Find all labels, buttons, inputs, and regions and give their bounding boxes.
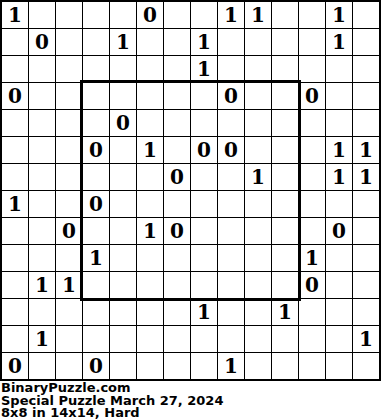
cell-r2c0[interactable] (2, 56, 28, 82)
cell-r13c12[interactable] (326, 353, 352, 379)
cell-r12c7[interactable] (191, 326, 217, 352)
cell-r0c12: 1 (326, 2, 352, 28)
cell-r4c12[interactable] (326, 110, 352, 136)
cell-r6c9: 1 (245, 164, 271, 190)
cell-r12c3[interactable] (83, 326, 109, 352)
cell-r5c10[interactable] (272, 137, 298, 163)
cell-r9c4[interactable] (110, 245, 136, 271)
cell-r5c7: 0 (191, 137, 217, 163)
cell-r8c6: 0 (164, 218, 190, 244)
cell-r5c9[interactable] (245, 137, 271, 163)
cell-r8c7[interactable] (191, 218, 217, 244)
cell-r13c0: 0 (2, 353, 28, 379)
cell-r12c12[interactable] (326, 326, 352, 352)
cell-r5c4[interactable] (110, 137, 136, 163)
cell-r6c4[interactable] (110, 164, 136, 190)
cell-r2c1[interactable] (29, 56, 55, 82)
cell-r4c2[interactable] (56, 110, 82, 136)
cell-r0c9: 1 (245, 2, 271, 28)
cell-r1c7: 1 (191, 29, 217, 55)
cell-r1c10[interactable] (272, 29, 298, 55)
cell-r10c8[interactable] (218, 272, 244, 298)
cell-r5c0[interactable] (2, 137, 28, 163)
cell-r5c6[interactable] (164, 137, 190, 163)
cell-r7c7[interactable] (191, 191, 217, 217)
cell-r10c6[interactable] (164, 272, 190, 298)
cell-r2c12[interactable] (326, 56, 352, 82)
cell-r0c0: 1 (2, 2, 28, 28)
cell-r13c7[interactable] (191, 353, 217, 379)
cell-r11c6[interactable] (164, 299, 190, 325)
cell-r6c10[interactable] (272, 164, 298, 190)
cell-r5c3: 0 (83, 137, 109, 163)
cell-r6c3[interactable] (83, 164, 109, 190)
cell-r1c8[interactable] (218, 29, 244, 55)
cell-r3c5[interactable] (137, 83, 163, 109)
cell-r5c11[interactable] (299, 137, 325, 163)
cell-r0c6[interactable] (164, 2, 190, 28)
puzzle-size-difficulty: 8x8 in 14x14, Hard (1, 407, 381, 419)
cell-r3c13[interactable] (353, 83, 379, 109)
cell-r11c13[interactable] (353, 299, 379, 325)
cell-r0c5: 0 (137, 2, 163, 28)
cell-r10c13[interactable] (353, 272, 379, 298)
cell-r3c6[interactable] (164, 83, 190, 109)
cell-r9c7[interactable] (191, 245, 217, 271)
cell-r11c4[interactable] (110, 299, 136, 325)
cell-r8c5: 1 (137, 218, 163, 244)
cell-r1c13[interactable] (353, 29, 379, 55)
binary-puzzle-board: 1011101111000001001101111001001111011110… (0, 0, 381, 381)
cell-r4c3[interactable] (83, 110, 109, 136)
cell-r13c13[interactable] (353, 353, 379, 379)
cell-r8c0[interactable] (2, 218, 28, 244)
cell-r2c4[interactable] (110, 56, 136, 82)
cell-r12c2[interactable] (56, 326, 82, 352)
cell-r6c0[interactable] (2, 164, 28, 190)
cell-r7c1[interactable] (29, 191, 55, 217)
cell-r11c2[interactable] (56, 299, 82, 325)
cell-r7c4[interactable] (110, 191, 136, 217)
cell-r3c9[interactable] (245, 83, 271, 109)
cell-r7c6[interactable] (164, 191, 190, 217)
cell-r0c11[interactable] (299, 2, 325, 28)
cell-r0c2[interactable] (56, 2, 82, 28)
cell-r8c4[interactable] (110, 218, 136, 244)
cell-r0c7[interactable] (191, 2, 217, 28)
cell-r10c5[interactable] (137, 272, 163, 298)
cell-r1c5[interactable] (137, 29, 163, 55)
cell-r3c10[interactable] (272, 83, 298, 109)
cell-r6c12: 1 (326, 164, 352, 190)
cell-r6c11[interactable] (299, 164, 325, 190)
cell-r1c3[interactable] (83, 29, 109, 55)
cell-r5c1[interactable] (29, 137, 55, 163)
cell-r10c3[interactable] (83, 272, 109, 298)
cell-r13c9[interactable] (245, 353, 271, 379)
cell-r12c9[interactable] (245, 326, 271, 352)
cell-r9c6[interactable] (164, 245, 190, 271)
cell-r2c11[interactable] (299, 56, 325, 82)
cell-r2c7: 1 (191, 56, 217, 82)
cell-r8c3[interactable] (83, 218, 109, 244)
cell-r0c3[interactable] (83, 2, 109, 28)
cell-r5c8: 0 (218, 137, 244, 163)
puzzle-footer: BinaryPuzzle.com Special Puzzle March 27… (0, 381, 381, 419)
cell-r6c7[interactable] (191, 164, 217, 190)
cell-r12c0[interactable] (2, 326, 28, 352)
cell-r13c2[interactable] (56, 353, 82, 379)
cell-r7c9[interactable] (245, 191, 271, 217)
cell-r10c4[interactable] (110, 272, 136, 298)
cell-r9c11: 1 (299, 245, 325, 271)
cell-r6c6: 0 (164, 164, 190, 190)
cell-r9c9[interactable] (245, 245, 271, 271)
cell-r5c5: 1 (137, 137, 163, 163)
cell-r2c5[interactable] (137, 56, 163, 82)
cell-r4c11[interactable] (299, 110, 325, 136)
cell-r5c13: 1 (353, 137, 379, 163)
cell-r1c11[interactable] (299, 29, 325, 55)
cell-r11c11[interactable] (299, 299, 325, 325)
cell-r2c9[interactable] (245, 56, 271, 82)
cell-r3c4[interactable] (110, 83, 136, 109)
cell-r4c8[interactable] (218, 110, 244, 136)
cell-r10c10[interactable] (272, 272, 298, 298)
cell-r11c1[interactable] (29, 299, 55, 325)
cell-r7c13[interactable] (353, 191, 379, 217)
cell-r8c9[interactable] (245, 218, 271, 244)
cell-r7c0: 1 (2, 191, 28, 217)
cell-r1c4: 1 (110, 29, 136, 55)
cell-r10c12[interactable] (326, 272, 352, 298)
cell-r2c3[interactable] (83, 56, 109, 82)
cell-r11c9[interactable] (245, 299, 271, 325)
cell-r1c6[interactable] (164, 29, 190, 55)
cell-r4c9[interactable] (245, 110, 271, 136)
cell-r8c11[interactable] (299, 218, 325, 244)
cell-r5c2[interactable] (56, 137, 82, 163)
cell-r11c10: 1 (272, 299, 298, 325)
cell-r13c3: 0 (83, 353, 109, 379)
cell-r2c13[interactable] (353, 56, 379, 82)
cell-r3c12[interactable] (326, 83, 352, 109)
cell-r11c3[interactable] (83, 299, 109, 325)
cell-r4c5[interactable] (137, 110, 163, 136)
cell-r4c7[interactable] (191, 110, 217, 136)
cell-r13c4[interactable] (110, 353, 136, 379)
cell-r13c11[interactable] (299, 353, 325, 379)
cell-r4c13[interactable] (353, 110, 379, 136)
cell-r9c1[interactable] (29, 245, 55, 271)
cell-r10c7[interactable] (191, 272, 217, 298)
cell-r5c12: 1 (326, 137, 352, 163)
cell-r8c13[interactable] (353, 218, 379, 244)
cell-r3c3[interactable] (83, 83, 109, 109)
cell-r11c0[interactable] (2, 299, 28, 325)
cell-r13c5[interactable] (137, 353, 163, 379)
cell-r1c0[interactable] (2, 29, 28, 55)
cell-r9c12[interactable] (326, 245, 352, 271)
cell-r11c12[interactable] (326, 299, 352, 325)
cell-r13c1[interactable] (29, 353, 55, 379)
cell-r8c12: 0 (326, 218, 352, 244)
cell-r13c8: 1 (218, 353, 244, 379)
cell-r4c4: 0 (110, 110, 136, 136)
cell-r12c4[interactable] (110, 326, 136, 352)
cell-r0c4[interactable] (110, 2, 136, 28)
cell-r3c7[interactable] (191, 83, 217, 109)
cell-r12c6[interactable] (164, 326, 190, 352)
cell-r0c10[interactable] (272, 2, 298, 28)
cell-r2c6[interactable] (164, 56, 190, 82)
cell-r12c1: 1 (29, 326, 55, 352)
cell-r9c5[interactable] (137, 245, 163, 271)
cell-r9c0[interactable] (2, 245, 28, 271)
cell-r1c1: 0 (29, 29, 55, 55)
cell-r4c1[interactable] (29, 110, 55, 136)
cell-r12c5[interactable] (137, 326, 163, 352)
cell-r0c13[interactable] (353, 2, 379, 28)
cell-r2c2[interactable] (56, 56, 82, 82)
cell-r12c8[interactable] (218, 326, 244, 352)
cell-r11c7: 1 (191, 299, 217, 325)
cell-r9c2[interactable] (56, 245, 82, 271)
cell-r7c5[interactable] (137, 191, 163, 217)
cell-r10c0[interactable] (2, 272, 28, 298)
cell-r7c11[interactable] (299, 191, 325, 217)
cell-r13c10[interactable] (272, 353, 298, 379)
cell-r12c10[interactable] (272, 326, 298, 352)
cell-r12c11[interactable] (299, 326, 325, 352)
cell-r9c3: 1 (83, 245, 109, 271)
cell-r10c9[interactable] (245, 272, 271, 298)
cell-r3c1[interactable] (29, 83, 55, 109)
cell-r8c2: 0 (56, 218, 82, 244)
cell-r1c2[interactable] (56, 29, 82, 55)
cell-r8c8[interactable] (218, 218, 244, 244)
cell-r6c2[interactable] (56, 164, 82, 190)
cell-r11c5[interactable] (137, 299, 163, 325)
cell-r1c9[interactable] (245, 29, 271, 55)
cell-r7c3: 0 (83, 191, 109, 217)
cell-r10c11: 0 (299, 272, 325, 298)
cell-r6c1[interactable] (29, 164, 55, 190)
cell-r0c8: 1 (218, 2, 244, 28)
cell-r7c8[interactable] (218, 191, 244, 217)
cell-r2c10[interactable] (272, 56, 298, 82)
cell-r4c10[interactable] (272, 110, 298, 136)
cell-r3c8: 0 (218, 83, 244, 109)
cell-r12c13: 1 (353, 326, 379, 352)
cell-r7c12[interactable] (326, 191, 352, 217)
cell-r3c0: 0 (2, 83, 28, 109)
cell-r6c13: 1 (353, 164, 379, 190)
cell-r9c13[interactable] (353, 245, 379, 271)
cell-r8c10[interactable] (272, 218, 298, 244)
cell-r10c2: 1 (56, 272, 82, 298)
cell-r4c6[interactable] (164, 110, 190, 136)
cell-r10c1: 1 (29, 272, 55, 298)
cell-r9c8[interactable] (218, 245, 244, 271)
cell-r2c8[interactable] (218, 56, 244, 82)
cell-r0c1[interactable] (29, 2, 55, 28)
cell-r4c0[interactable] (2, 110, 28, 136)
cell-r11c8[interactable] (218, 299, 244, 325)
cell-r8c1[interactable] (29, 218, 55, 244)
cell-r6c5[interactable] (137, 164, 163, 190)
cell-r6c8[interactable] (218, 164, 244, 190)
cell-r3c2[interactable] (56, 83, 82, 109)
cell-r7c2[interactable] (56, 191, 82, 217)
cell-r1c12: 1 (326, 29, 352, 55)
cell-r3c11: 0 (299, 83, 325, 109)
cell-r9c10[interactable] (272, 245, 298, 271)
cell-r7c10[interactable] (272, 191, 298, 217)
cell-r13c6[interactable] (164, 353, 190, 379)
